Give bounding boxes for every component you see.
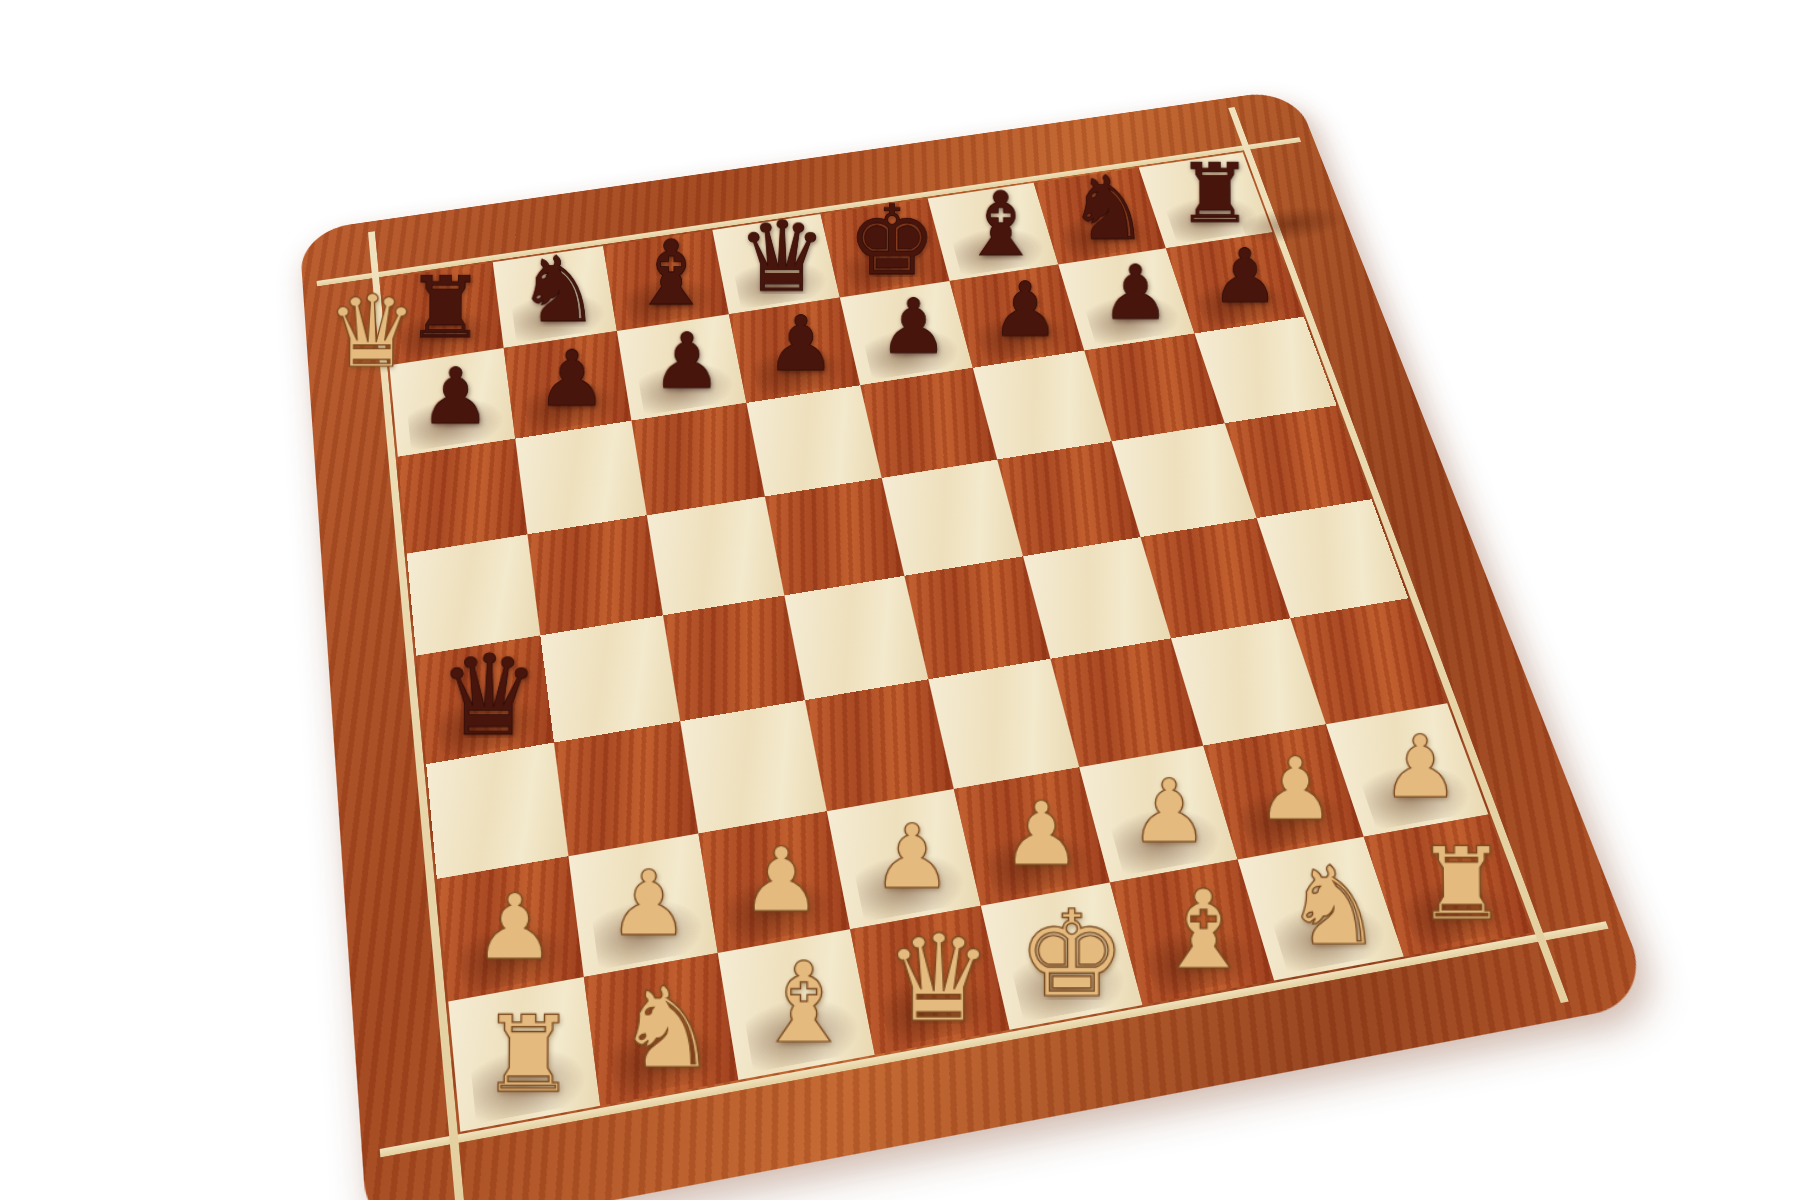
board-square-a5 [407,534,541,655]
white-pawn-e2: ♟ [975,766,1107,895]
board-square-a4: ♛ [416,635,554,764]
board-square-b5 [527,515,663,635]
board-square-c5 [647,496,785,615]
white-pawn-c2: ♟ [714,811,848,942]
black-queen-a4: ♛ [425,631,553,756]
white-pawn-a2: ♟ [447,858,583,991]
board-square-a2: ♟ [437,856,584,1001]
board-square-a3 [426,743,568,880]
black-pawn-c7: ♟ [629,302,745,415]
board-square-c4 [663,595,805,721]
board-square-d5 [765,478,904,596]
board-square-e4 [904,556,1050,679]
board-square-d7: ♟ [729,297,860,402]
board-square-b3 [554,721,698,856]
board-square-e3 [928,659,1079,789]
white-rook-h1: ♜ [1395,815,1530,946]
board-square-d8: ♛ [712,214,839,314]
board-square-e6 [860,368,997,478]
board-square-e1: ♚ [981,882,1143,1029]
board-square-f8: ♝ [928,183,1059,281]
board-square-d4 [784,576,928,700]
board-square-a6 [398,439,528,554]
board-square-g5 [1112,423,1257,537]
board-square-c2: ♟ [698,811,850,953]
board-square-b2: ♟ [568,834,717,977]
board-square-b4 [540,615,680,742]
board-square-c1: ♝ [718,929,875,1080]
chessboard-scene: ♜♞♝♛♚♝♞♜♟♟♟♟♟♟♟♟♛♟♟♟♟♟♟♟♟♜♞♝♛♚♝♞♜ ♛ [299,88,1655,1200]
white-rook-a1: ♜ [459,982,599,1119]
board-square-g4 [1140,518,1290,638]
white-knight-b1: ♞ [597,957,736,1093]
board-square-h2: ♟ [1326,703,1488,837]
board-square-d3 [805,679,954,811]
white-king-e1: ♚ [1004,885,1140,1019]
white-pawn-b2: ♟ [581,834,716,966]
board-square-d6 [746,385,881,496]
board-square-c6 [631,403,764,515]
board-frame: ♜♞♝♛♚♝♞♜♟♟♟♟♟♟♟♟♛♟♟♟♟♟♟♟♟♜♞♝♛♚♝♞♜ ♛ [299,88,1655,1200]
board-square-f4 [1023,537,1171,659]
board-square-c7: ♟ [617,314,747,421]
white-pawn-h2: ♟ [1355,700,1485,827]
board-square-c3 [680,700,827,833]
white-bishop-c1: ♝ [735,933,873,1069]
board-square-b6 [515,421,647,535]
board-grid: ♜♞♝♛♚♝♞♜♟♟♟♟♟♟♟♟♛♟♟♟♟♟♟♟♟♜♞♝♛♚♝♞♜ [381,152,1532,1132]
board-square-e8: ♚ [821,198,950,297]
white-pawn-d2: ♟ [846,789,979,919]
board-square-a1: ♜ [448,977,600,1132]
board-square-b1: ♞ [584,953,739,1106]
